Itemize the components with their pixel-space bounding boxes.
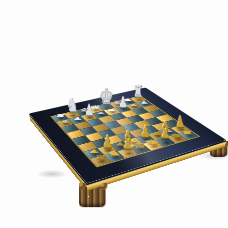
square: ♛ [131,144,151,154]
chess-piece-white-r: ♜ [125,84,151,100]
chess-board: ♜♞♝♛♚♝♞♜♟♟♟♟♟♟♟♟♟♟♟♟♟♟♟♟♜♞♝♛♚♝♞♜ [29,88,226,184]
square [163,119,182,127]
piece-reflection [106,152,124,162]
square: ♚ [143,140,163,150]
square [152,122,171,131]
piece-reflection [180,131,197,139]
scene: ♜♞♝♛♚♝♞♜♟♟♟♟♟♟♟♟♟♟♟♟♟♟♟♟♜♞♝♛♚♝♞♜ [20,20,212,212]
piece-reflection [145,141,163,150]
piece-reflection [169,135,186,143]
piece-reflection [172,126,189,134]
chess-set-photo: ♜♞♝♛♚♝♞♜♟♟♟♟♟♟♟♟♟♟♟♟♟♟♟♟♜♞♝♛♚♝♞♜ [0,0,228,228]
square [98,129,117,138]
piece-reflection [92,156,110,166]
square: ♜ [179,130,199,139]
square: ♝ [155,137,175,147]
piece-reflection [161,129,178,137]
board-edge-left [29,113,87,191]
